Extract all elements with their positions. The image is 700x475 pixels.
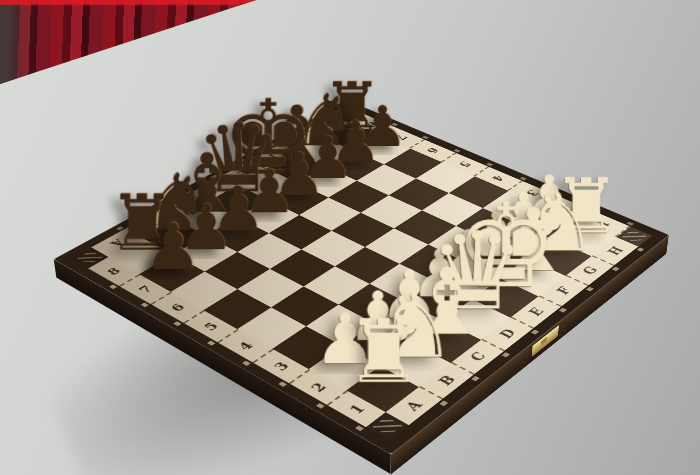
photo-scene: ABCDEFGH8877665544332211ABCDEFGH ♜♞♝♛♚♝♞… — [0, 0, 700, 475]
pawn-glyph: ♟ — [100, 215, 244, 279]
rook-glyph: ♜ — [303, 309, 463, 396]
brass-latch[interactable] — [531, 325, 558, 357]
